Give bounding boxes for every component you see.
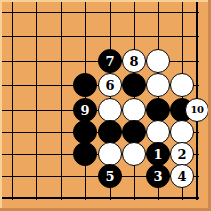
stone-black-move-9[interactable]: 9 — [73, 98, 97, 122]
stone-black[interactable] — [98, 120, 122, 144]
board-bevel-bottom — [0, 208, 211, 211]
stone-white[interactable] — [146, 120, 170, 144]
go-board[interactable]: 78691012534 — [0, 0, 211, 211]
move-number-label: 7 — [105, 54, 114, 67]
stone-white-move-4[interactable]: 4 — [170, 164, 194, 188]
grid-line-vertical-1 — [12, 0, 13, 200]
move-number-label: 4 — [177, 169, 186, 182]
board-bevel-right — [208, 0, 211, 211]
stone-black[interactable] — [122, 73, 146, 97]
move-number-label: 8 — [129, 54, 138, 67]
stone-black-move-7[interactable]: 7 — [98, 49, 122, 73]
stone-white-move-6[interactable]: 6 — [98, 73, 122, 97]
move-number-label: 9 — [80, 103, 89, 116]
stone-black[interactable] — [73, 73, 97, 97]
board-bevel-top — [0, 0, 211, 2]
stone-white[interactable] — [170, 120, 194, 144]
grid-line-horizontal-9 — [0, 197, 199, 199]
stone-white[interactable] — [146, 49, 170, 73]
board-bevel-left — [0, 0, 2, 211]
stone-white[interactable] — [170, 73, 194, 97]
move-number-label: 10 — [191, 105, 204, 115]
stone-black-move-1[interactable]: 1 — [146, 142, 170, 166]
stone-white[interactable] — [98, 98, 122, 122]
stone-black-move-3[interactable]: 3 — [146, 164, 170, 188]
move-number-label: 3 — [153, 169, 162, 182]
grid-line-horizontal-1 — [0, 12, 199, 13]
stone-white[interactable] — [122, 98, 146, 122]
stone-white[interactable] — [146, 73, 170, 97]
move-number-label: 5 — [105, 169, 114, 182]
stone-white-move-10[interactable]: 10 — [185, 98, 209, 122]
stone-white[interactable] — [122, 142, 146, 166]
stone-black[interactable] — [146, 98, 170, 122]
stone-black[interactable] — [73, 120, 97, 144]
stone-black[interactable] — [122, 120, 146, 144]
stone-black-move-5[interactable]: 5 — [98, 164, 122, 188]
stone-white[interactable] — [98, 142, 122, 166]
move-number-label: 1 — [153, 147, 162, 160]
grid-line-vertical-3 — [61, 0, 62, 200]
stone-white-move-8[interactable]: 8 — [122, 49, 146, 73]
move-number-label: 2 — [177, 147, 186, 160]
stone-black[interactable] — [73, 142, 97, 166]
grid-line-horizontal-2 — [0, 36, 199, 37]
move-number-label: 6 — [105, 78, 114, 91]
grid-line-vertical-2 — [36, 0, 37, 200]
stone-white-move-2[interactable]: 2 — [170, 142, 194, 166]
